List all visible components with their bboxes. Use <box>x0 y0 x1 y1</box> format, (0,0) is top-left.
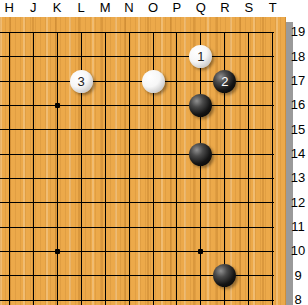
grid-line-h-14 <box>0 154 274 155</box>
row-label-14: 14 <box>288 146 308 162</box>
star-point-K16 <box>55 103 60 108</box>
grid-line-h-18 <box>0 56 274 57</box>
grid-line-h-19 <box>0 32 274 33</box>
column-label-M: M <box>95 0 115 16</box>
go-board[interactable]: 123 <box>0 17 286 305</box>
grid-line-v-H <box>9 32 10 305</box>
column-label-H: H <box>0 0 19 16</box>
grid-line-v-N <box>129 32 130 305</box>
row-label-10: 10 <box>288 243 308 259</box>
stone-black-R17[interactable]: 2 <box>213 70 236 93</box>
grid-line-v-S <box>248 32 249 305</box>
column-label-K: K <box>47 0 67 16</box>
row-label-11: 11 <box>288 219 308 235</box>
column-label-N: N <box>119 0 139 16</box>
stone-black-Q14[interactable] <box>189 143 212 166</box>
column-label-T: T <box>263 0 283 16</box>
row-label-19: 19 <box>288 24 308 40</box>
stone-move-number: 2 <box>221 74 228 89</box>
row-label-12: 12 <box>288 195 308 211</box>
grid-line-v-Q <box>200 32 201 305</box>
column-label-J: J <box>23 0 43 16</box>
stone-white-L17[interactable]: 3 <box>70 70 93 93</box>
row-label-18: 18 <box>288 49 308 65</box>
stone-black-R9[interactable] <box>213 264 236 287</box>
stone-move-number: 1 <box>197 49 204 64</box>
grid-line-h-10 <box>0 251 274 252</box>
grid-line-v-J <box>33 32 34 305</box>
stone-move-number: 3 <box>78 74 85 89</box>
stone-black-Q16[interactable] <box>189 94 212 117</box>
grid-line-h-12 <box>0 202 274 203</box>
row-label-8: 8 <box>288 292 308 305</box>
column-label-S: S <box>239 0 259 16</box>
column-label-R: R <box>215 0 235 16</box>
stone-white-O17[interactable] <box>142 70 165 93</box>
grid-line-v-M <box>105 32 106 305</box>
column-label-P: P <box>167 0 187 16</box>
stone-white-Q18[interactable]: 1 <box>189 45 212 68</box>
row-label-16: 16 <box>288 97 308 113</box>
row-label-9: 9 <box>288 268 308 284</box>
column-label-Q: Q <box>191 0 211 16</box>
row-label-17: 17 <box>288 73 308 89</box>
go-diagram: HJKLMNOPQRST 123 1918171615141312111098 <box>0 0 308 305</box>
grid-line-h-13 <box>0 178 274 179</box>
grid-line-v-T <box>272 32 273 305</box>
grid-line-h-8 <box>0 300 274 301</box>
grid-line-v-K <box>57 32 58 305</box>
column-label-O: O <box>143 0 163 16</box>
grid-line-h-15 <box>0 129 274 130</box>
star-point-Q10 <box>198 249 203 254</box>
grid-line-v-P <box>176 32 177 305</box>
grid-line-h-16 <box>0 105 274 106</box>
row-label-13: 13 <box>288 170 308 186</box>
star-point-K10 <box>55 249 60 254</box>
column-label-L: L <box>71 0 91 16</box>
grid-line-h-11 <box>0 227 274 228</box>
row-label-15: 15 <box>288 122 308 138</box>
